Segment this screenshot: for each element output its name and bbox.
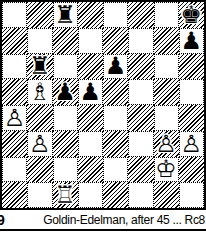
square-b8 [27, 2, 52, 28]
square-b6: ♜♜ [27, 54, 52, 80]
square-d4 [78, 105, 103, 131]
square-g4 [154, 105, 179, 131]
square-g5 [154, 79, 179, 105]
square-g3: ♟♙ [154, 131, 179, 157]
white-pawn-icon: ♙ [155, 132, 177, 156]
white-bishop-icon: ♗ [29, 80, 51, 104]
square-a6 [2, 54, 27, 80]
square-e6: ♟♟ [103, 54, 128, 80]
square-f3 [128, 131, 153, 157]
square-e5 [103, 79, 128, 105]
square-d6 [78, 54, 103, 80]
square-c4 [53, 105, 78, 131]
square-f8 [128, 2, 153, 28]
caption-bar: 9 Goldin-Edelman, after 45 ... Rc8 [0, 210, 206, 229]
square-e8 [103, 2, 128, 28]
black-pawn-icon: ♟ [105, 54, 127, 78]
piece-black-pawn-h7: ♟♟ [179, 28, 204, 54]
piece-white-pawn-h3: ♟♙ [179, 131, 204, 157]
diagram-number: 9 [0, 212, 4, 228]
square-b5: ♝♗ [27, 79, 52, 105]
square-e1 [103, 182, 128, 208]
square-e4 [103, 105, 128, 131]
square-a8 [2, 2, 27, 28]
square-g7 [154, 28, 179, 54]
piece-white-pawn-b3: ♟♙ [27, 131, 52, 157]
square-d2 [78, 157, 103, 183]
square-d8 [78, 2, 103, 28]
piece-black-pawn-c5: ♟♟ [53, 79, 78, 105]
square-g6 [154, 54, 179, 80]
chess-board: ♜♜♚♚♟♟♜♜♟♟♝♗♟♟♟♟♟♙♟♙♟♙♟♙♚♔♜♖ [0, 0, 206, 210]
square-h5 [179, 79, 204, 105]
square-h2 [179, 157, 204, 183]
square-h1 [179, 182, 204, 208]
square-b3: ♟♙ [27, 131, 52, 157]
square-f1 [128, 182, 153, 208]
square-c7 [53, 28, 78, 54]
square-h3: ♟♙ [179, 131, 204, 157]
black-pawn-icon: ♟ [80, 80, 102, 104]
square-c6 [53, 54, 78, 80]
square-d1 [78, 182, 103, 208]
square-a4: ♟♙ [2, 105, 27, 131]
piece-white-pawn-g3: ♟♙ [154, 131, 179, 157]
white-rook-icon: ♖ [54, 183, 76, 207]
white-pawn-icon: ♙ [29, 132, 51, 156]
white-pawn-icon: ♙ [181, 132, 203, 156]
square-f4 [128, 105, 153, 131]
piece-black-pawn-e6: ♟♟ [103, 54, 128, 80]
black-rook-icon: ♜ [29, 54, 51, 78]
square-c3 [53, 131, 78, 157]
black-rook-icon: ♜ [54, 3, 76, 27]
square-d7 [78, 28, 103, 54]
square-h7: ♟♟ [179, 28, 204, 54]
piece-white-rook-c1: ♜♖ [53, 182, 78, 208]
square-a1 [2, 182, 27, 208]
chess-diagram-page: ♜♜♚♚♟♟♜♜♟♟♝♗♟♟♟♟♟♙♟♙♟♙♟♙♚♔♜♖ 9 Goldin-Ed… [0, 0, 206, 232]
square-c8: ♜♜ [53, 2, 78, 28]
square-g8 [154, 2, 179, 28]
square-e7 [103, 28, 128, 54]
piece-white-bishop-b5: ♝♗ [27, 79, 52, 105]
piece-black-rook-b6: ♜♜ [27, 54, 52, 80]
piece-black-rook-c8: ♜♜ [53, 2, 78, 28]
white-pawn-icon: ♙ [4, 106, 26, 130]
black-king-icon: ♚ [181, 3, 203, 27]
square-f6 [128, 54, 153, 80]
square-h4 [179, 105, 204, 131]
square-d3 [78, 131, 103, 157]
game-caption: Goldin-Edelman, after 45 ... Rc8 [43, 213, 205, 227]
square-g1 [154, 182, 179, 208]
square-c5: ♟♟ [53, 79, 78, 105]
square-e3 [103, 131, 128, 157]
square-f7 [128, 28, 153, 54]
square-c1: ♜♖ [53, 182, 78, 208]
square-h8: ♚♚ [179, 2, 204, 28]
square-a7 [2, 28, 27, 54]
square-b4 [27, 105, 52, 131]
square-b2 [27, 157, 52, 183]
white-king-icon: ♔ [155, 157, 177, 181]
square-a5 [2, 79, 27, 105]
piece-black-pawn-d5: ♟♟ [78, 79, 103, 105]
square-e2 [103, 157, 128, 183]
bottom-rule [0, 229, 206, 231]
square-g2: ♚♔ [154, 157, 179, 183]
square-c2 [53, 157, 78, 183]
black-pawn-icon: ♟ [54, 80, 76, 104]
square-d5: ♟♟ [78, 79, 103, 105]
square-f5 [128, 79, 153, 105]
square-b7 [27, 28, 52, 54]
square-f2 [128, 157, 153, 183]
square-a3 [2, 131, 27, 157]
black-pawn-icon: ♟ [181, 29, 203, 53]
piece-black-king-h8: ♚♚ [179, 2, 204, 28]
piece-white-king-g2: ♚♔ [154, 157, 179, 183]
piece-white-pawn-a4: ♟♙ [2, 105, 27, 131]
square-h6 [179, 54, 204, 80]
square-b1 [27, 182, 52, 208]
square-a2 [2, 157, 27, 183]
